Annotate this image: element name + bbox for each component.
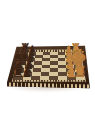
board-square (49, 76, 58, 80)
board-square (40, 76, 49, 80)
board-square (58, 76, 67, 80)
board-square (14, 76, 23, 80)
board-square (31, 76, 40, 80)
chess-board (5, 45, 91, 90)
board-square (67, 76, 76, 80)
board-square (23, 76, 32, 80)
board-row (14, 76, 85, 80)
board-square (76, 76, 85, 80)
product-photo: ♜♟♟♜♞♟♟♞♝♟♟♝♛♟♟♛♚♟♟♚♝♟♟♝♞♟♟♞♜♟♟♜ (0, 0, 95, 126)
